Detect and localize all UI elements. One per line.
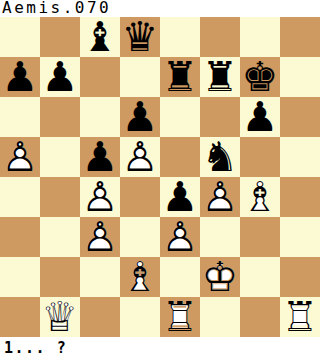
square-e6[interactable] [160,97,200,137]
square-h2[interactable] [280,257,320,297]
piece-white-bishop: ♝♗ [120,257,160,297]
square-h3[interactable] [280,217,320,257]
white-bishop-icon: ♗ [120,257,160,297]
white-pawn-icon: ♙ [200,177,240,217]
square-g1[interactable] [240,297,280,337]
square-f5[interactable]: ♞ [200,137,240,177]
square-h1[interactable]: ♜♖ [280,297,320,337]
square-f3[interactable] [200,217,240,257]
square-a4[interactable] [0,177,40,217]
white-pawn-icon: ♙ [80,217,120,257]
square-d7[interactable] [120,57,160,97]
square-f4[interactable]: ♟♙ [200,177,240,217]
white-pawn-icon: ♙ [0,137,40,177]
square-d6[interactable]: ♟ [120,97,160,137]
square-c3[interactable]: ♟♙ [80,217,120,257]
piece-black-knight: ♞ [200,137,240,177]
square-e2[interactable] [160,257,200,297]
square-a6[interactable] [0,97,40,137]
piece-white-rook: ♜♖ [280,297,320,337]
black-rook-icon: ♜ [160,57,200,97]
square-h5[interactable] [280,137,320,177]
square-g5[interactable] [240,137,280,177]
square-d1[interactable] [120,297,160,337]
black-king-icon: ♚ [240,57,280,97]
square-b1[interactable]: ♛♕ [40,297,80,337]
square-a8[interactable] [0,17,40,57]
square-c8[interactable]: ♝ [80,17,120,57]
piece-white-pawn: ♟♙ [80,217,120,257]
square-e5[interactable] [160,137,200,177]
square-c4[interactable]: ♟♙ [80,177,120,217]
white-rook-icon: ♖ [280,297,320,337]
square-c2[interactable] [80,257,120,297]
square-b6[interactable] [40,97,80,137]
square-h6[interactable] [280,97,320,137]
square-d8[interactable]: ♛ [120,17,160,57]
square-g3[interactable] [240,217,280,257]
white-king-icon: ♔ [200,257,240,297]
puzzle-title: Aemis.070 [0,0,320,17]
piece-black-pawn: ♟ [160,177,200,217]
piece-white-rook: ♜♖ [160,297,200,337]
square-d4[interactable] [120,177,160,217]
square-e1[interactable]: ♜♖ [160,297,200,337]
square-b3[interactable] [40,217,80,257]
black-queen-icon: ♛ [120,17,160,57]
piece-white-bishop: ♝♗ [240,177,280,217]
black-pawn-icon: ♟ [40,57,80,97]
square-a7[interactable]: ♟ [0,57,40,97]
piece-white-pawn: ♟♙ [120,137,160,177]
square-c5[interactable]: ♟ [80,137,120,177]
square-a2[interactable] [0,257,40,297]
white-bishop-icon: ♗ [240,177,280,217]
square-a5[interactable]: ♟♙ [0,137,40,177]
square-f2[interactable]: ♚♔ [200,257,240,297]
black-pawn-icon: ♟ [80,137,120,177]
square-b5[interactable] [40,137,80,177]
piece-black-pawn: ♟ [240,97,280,137]
square-a1[interactable] [0,297,40,337]
black-pawn-icon: ♟ [120,97,160,137]
piece-white-pawn: ♟♙ [200,177,240,217]
white-queen-icon: ♕ [40,297,80,337]
square-d3[interactable] [120,217,160,257]
square-g8[interactable] [240,17,280,57]
piece-black-pawn: ♟ [0,57,40,97]
square-g7[interactable]: ♚ [240,57,280,97]
black-knight-icon: ♞ [200,137,240,177]
square-e3[interactable]: ♟♙ [160,217,200,257]
piece-black-queen: ♛ [120,17,160,57]
square-f7[interactable]: ♜ [200,57,240,97]
square-b4[interactable] [40,177,80,217]
black-rook-icon: ♜ [200,57,240,97]
square-g4[interactable]: ♝♗ [240,177,280,217]
square-e4[interactable]: ♟ [160,177,200,217]
black-pawn-icon: ♟ [0,57,40,97]
square-d5[interactable]: ♟♙ [120,137,160,177]
square-c1[interactable] [80,297,120,337]
square-e8[interactable] [160,17,200,57]
piece-white-pawn: ♟♙ [0,137,40,177]
square-d2[interactable]: ♝♗ [120,257,160,297]
piece-black-rook: ♜ [200,57,240,97]
square-b8[interactable] [40,17,80,57]
square-c6[interactable] [80,97,120,137]
square-b2[interactable] [40,257,80,297]
piece-black-bishop: ♝ [80,17,120,57]
piece-black-pawn: ♟ [80,137,120,177]
square-f1[interactable] [200,297,240,337]
square-f8[interactable] [200,17,240,57]
square-a3[interactable] [0,217,40,257]
piece-white-pawn: ♟♙ [80,177,120,217]
white-pawn-icon: ♙ [120,137,160,177]
piece-white-king: ♚♔ [200,257,240,297]
piece-black-pawn: ♟ [40,57,80,97]
chess-board: ♝♛♟♟♜♜♚♟♟♟♙♟♟♙♞♟♙♟♟♙♝♗♟♙♟♙♝♗♚♔♛♕♜♖♜♖ [0,17,320,337]
square-g2[interactable] [240,257,280,297]
white-rook-icon: ♖ [160,297,200,337]
piece-black-king: ♚ [240,57,280,97]
square-g6[interactable]: ♟ [240,97,280,137]
square-f6[interactable] [200,97,240,137]
black-pawn-icon: ♟ [160,177,200,217]
white-pawn-icon: ♙ [80,177,120,217]
black-bishop-icon: ♝ [80,17,120,57]
square-c7[interactable] [80,57,120,97]
square-h7[interactable] [280,57,320,97]
square-e7[interactable]: ♜ [160,57,200,97]
piece-black-pawn: ♟ [120,97,160,137]
black-pawn-icon: ♟ [240,97,280,137]
piece-white-queen: ♛♕ [40,297,80,337]
square-h8[interactable] [280,17,320,57]
piece-white-pawn: ♟♙ [160,217,200,257]
square-b7[interactable]: ♟ [40,57,80,97]
piece-black-rook: ♜ [160,57,200,97]
white-pawn-icon: ♙ [160,217,200,257]
square-h4[interactable] [280,177,320,217]
